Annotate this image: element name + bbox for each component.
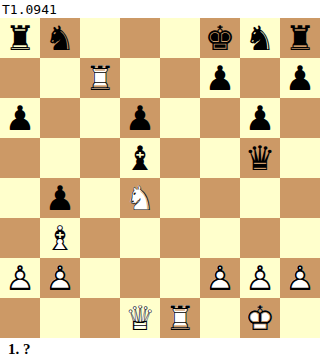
square-f3[interactable] [200, 218, 240, 258]
square-f6[interactable] [200, 98, 240, 138]
square-e4[interactable] [160, 178, 200, 218]
square-a7[interactable] [0, 58, 40, 98]
square-g6[interactable]: ♟ [240, 98, 280, 138]
white-pawn-piece: ♟♙ [40, 258, 80, 298]
white-rook-piece: ♜♖ [80, 58, 120, 98]
square-d5[interactable]: ♝ [120, 138, 160, 178]
square-h5[interactable] [280, 138, 320, 178]
black-king-piece: ♚ [200, 18, 240, 58]
black-pawn-piece: ♟ [40, 178, 80, 218]
square-g7[interactable] [240, 58, 280, 98]
square-c8[interactable] [80, 18, 120, 58]
square-h6[interactable] [280, 98, 320, 138]
white-pawn-piece: ♟♙ [240, 258, 280, 298]
square-a1[interactable] [0, 298, 40, 338]
square-c6[interactable] [80, 98, 120, 138]
square-d1[interactable]: ♛♕ [120, 298, 160, 338]
move-prompt: 1. ? [8, 341, 31, 358]
square-c4[interactable] [80, 178, 120, 218]
square-b7[interactable] [40, 58, 80, 98]
square-c7[interactable]: ♜♖ [80, 58, 120, 98]
square-b6[interactable] [40, 98, 80, 138]
square-f8[interactable]: ♚ [200, 18, 240, 58]
square-f2[interactable]: ♟♙ [200, 258, 240, 298]
square-c3[interactable] [80, 218, 120, 258]
square-h1[interactable] [280, 298, 320, 338]
square-d7[interactable] [120, 58, 160, 98]
square-g8[interactable]: ♞ [240, 18, 280, 58]
white-bishop-piece: ♝♗ [40, 218, 80, 258]
square-g5[interactable]: ♛ [240, 138, 280, 178]
black-pawn-piece: ♟ [200, 58, 240, 98]
square-d4[interactable]: ♞♘ [120, 178, 160, 218]
square-g2[interactable]: ♟♙ [240, 258, 280, 298]
square-e8[interactable] [160, 18, 200, 58]
square-a4[interactable] [0, 178, 40, 218]
square-b3[interactable]: ♝♗ [40, 218, 80, 258]
square-f1[interactable] [200, 298, 240, 338]
white-pawn-piece: ♟♙ [280, 258, 320, 298]
square-d6[interactable]: ♟ [120, 98, 160, 138]
square-h7[interactable]: ♟ [280, 58, 320, 98]
square-b4[interactable]: ♟ [40, 178, 80, 218]
black-knight-piece: ♞ [240, 18, 280, 58]
black-pawn-piece: ♟ [120, 98, 160, 138]
white-queen-piece: ♛♕ [120, 298, 160, 338]
white-pawn-piece: ♟♙ [200, 258, 240, 298]
black-pawn-piece: ♟ [240, 98, 280, 138]
square-e1[interactable]: ♜♖ [160, 298, 200, 338]
square-c1[interactable] [80, 298, 120, 338]
square-b2[interactable]: ♟♙ [40, 258, 80, 298]
square-h8[interactable]: ♜ [280, 18, 320, 58]
square-g4[interactable] [240, 178, 280, 218]
white-rook-piece: ♜♖ [160, 298, 200, 338]
square-a6[interactable]: ♟ [0, 98, 40, 138]
title-bar: T1.0941 [0, 0, 320, 18]
black-pawn-piece: ♟ [280, 58, 320, 98]
chess-board: ♜♞♚♞♜♜♖♟♟♟♟♟♝♛♟♞♘♝♗♟♙♟♙♟♙♟♙♟♙♛♕♜♖♚♔ [0, 18, 320, 338]
square-e3[interactable] [160, 218, 200, 258]
black-bishop-piece: ♝ [120, 138, 160, 178]
square-a2[interactable]: ♟♙ [0, 258, 40, 298]
square-g1[interactable]: ♚♔ [240, 298, 280, 338]
square-d8[interactable] [120, 18, 160, 58]
white-king-piece: ♚♔ [240, 298, 280, 338]
square-h4[interactable] [280, 178, 320, 218]
square-h2[interactable]: ♟♙ [280, 258, 320, 298]
square-c5[interactable] [80, 138, 120, 178]
white-knight-piece: ♞♘ [120, 178, 160, 218]
square-e7[interactable] [160, 58, 200, 98]
square-d3[interactable] [120, 218, 160, 258]
square-f7[interactable]: ♟ [200, 58, 240, 98]
square-a8[interactable]: ♜ [0, 18, 40, 58]
square-h3[interactable] [280, 218, 320, 258]
square-f4[interactable] [200, 178, 240, 218]
status-bar: 1. ? [0, 338, 320, 360]
square-e6[interactable] [160, 98, 200, 138]
white-pawn-piece: ♟♙ [0, 258, 40, 298]
black-queen-piece: ♛ [240, 138, 280, 178]
square-d2[interactable] [120, 258, 160, 298]
black-rook-piece: ♜ [0, 18, 40, 58]
black-pawn-piece: ♟ [0, 98, 40, 138]
square-g3[interactable] [240, 218, 280, 258]
square-b5[interactable] [40, 138, 80, 178]
black-rook-piece: ♜ [280, 18, 320, 58]
puzzle-id: T1.0941 [2, 2, 57, 17]
square-b8[interactable]: ♞ [40, 18, 80, 58]
square-e5[interactable] [160, 138, 200, 178]
square-e2[interactable] [160, 258, 200, 298]
black-knight-piece: ♞ [40, 18, 80, 58]
square-a3[interactable] [0, 218, 40, 258]
square-b1[interactable] [40, 298, 80, 338]
square-a5[interactable] [0, 138, 40, 178]
square-c2[interactable] [80, 258, 120, 298]
square-f5[interactable] [200, 138, 240, 178]
